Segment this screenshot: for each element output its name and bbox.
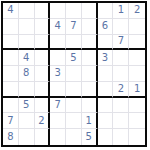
cell-r9c6[interactable]: 5 bbox=[82, 129, 98, 145]
cell-r3c2[interactable] bbox=[19, 35, 35, 51]
cell-r7c3[interactable] bbox=[35, 98, 51, 114]
cell-r4c6[interactable] bbox=[82, 50, 98, 66]
cell-r5c8[interactable] bbox=[113, 66, 129, 82]
cell-r5c2[interactable]: 8 bbox=[19, 66, 35, 82]
cell-r7c1[interactable] bbox=[3, 98, 19, 114]
cell-r1c2[interactable] bbox=[19, 3, 35, 19]
cell-r9c2[interactable] bbox=[19, 129, 35, 145]
cell-r9c9[interactable] bbox=[129, 129, 145, 145]
cell-r4c5[interactable]: 5 bbox=[66, 50, 82, 66]
cell-r5c1[interactable] bbox=[3, 66, 19, 82]
cell-r3c9[interactable] bbox=[129, 35, 145, 51]
cell-r6c9[interactable]: 1 bbox=[129, 82, 145, 98]
cell-r7c7[interactable] bbox=[98, 98, 114, 114]
cell-r4c2[interactable]: 4 bbox=[19, 50, 35, 66]
cell-r4c9[interactable] bbox=[129, 50, 145, 66]
cell-r1c6[interactable] bbox=[82, 3, 98, 19]
cell-r6c1[interactable] bbox=[3, 82, 19, 98]
cell-r7c8[interactable] bbox=[113, 98, 129, 114]
cell-r7c4[interactable]: 7 bbox=[50, 98, 66, 114]
cell-r8c2[interactable] bbox=[19, 113, 35, 129]
cell-r7c6[interactable] bbox=[82, 98, 98, 114]
cell-r5c6[interactable] bbox=[82, 66, 98, 82]
cell-r7c2[interactable]: 5 bbox=[19, 98, 35, 114]
cell-r6c7[interactable] bbox=[98, 82, 114, 98]
cell-r7c5[interactable] bbox=[66, 98, 82, 114]
cell-r7c9[interactable] bbox=[129, 98, 145, 114]
cell-r1c1[interactable]: 4 bbox=[3, 3, 19, 19]
cell-r8c6[interactable]: 1 bbox=[82, 113, 98, 129]
cell-r8c7[interactable] bbox=[98, 113, 114, 129]
cell-r2c8[interactable] bbox=[113, 19, 129, 35]
cell-r1c9[interactable]: 2 bbox=[129, 3, 145, 19]
cell-r6c6[interactable] bbox=[82, 82, 98, 98]
cell-r3c5[interactable] bbox=[66, 35, 82, 51]
cell-r6c3[interactable] bbox=[35, 82, 51, 98]
cell-r2c5[interactable]: 7 bbox=[66, 19, 82, 35]
cell-r2c6[interactable] bbox=[82, 19, 98, 35]
cell-r6c2[interactable] bbox=[19, 82, 35, 98]
cell-r9c5[interactable] bbox=[66, 129, 82, 145]
cell-r5c7[interactable] bbox=[98, 66, 114, 82]
cell-r9c8[interactable] bbox=[113, 129, 129, 145]
cell-r3c3[interactable] bbox=[35, 35, 51, 51]
cell-r5c3[interactable] bbox=[35, 66, 51, 82]
cell-r3c4[interactable] bbox=[50, 35, 66, 51]
cell-r8c3[interactable]: 2 bbox=[35, 113, 51, 129]
cell-r8c4[interactable] bbox=[50, 113, 66, 129]
cell-r5c4[interactable]: 3 bbox=[50, 66, 66, 82]
cell-r9c1[interactable]: 8 bbox=[3, 129, 19, 145]
cell-r1c7[interactable] bbox=[98, 3, 114, 19]
cell-r4c1[interactable] bbox=[3, 50, 19, 66]
cell-r4c4[interactable] bbox=[50, 50, 66, 66]
cell-r3c7[interactable] bbox=[98, 35, 114, 51]
cell-r6c4[interactable] bbox=[50, 82, 66, 98]
cell-r5c9[interactable] bbox=[129, 66, 145, 82]
cell-r2c4[interactable]: 4 bbox=[50, 19, 66, 35]
cell-r6c8[interactable]: 2 bbox=[113, 82, 129, 98]
cell-r4c8[interactable] bbox=[113, 50, 129, 66]
cell-r4c7[interactable]: 3 bbox=[98, 50, 114, 66]
cell-r8c9[interactable] bbox=[129, 113, 145, 129]
sudoku-board: 412476745383215772185 bbox=[1, 1, 147, 147]
cell-r9c7[interactable] bbox=[98, 129, 114, 145]
cell-r2c2[interactable] bbox=[19, 19, 35, 35]
cell-r2c9[interactable] bbox=[129, 19, 145, 35]
cell-r8c1[interactable]: 7 bbox=[3, 113, 19, 129]
cell-r1c4[interactable] bbox=[50, 3, 66, 19]
cell-r3c1[interactable] bbox=[3, 35, 19, 51]
cell-r9c3[interactable] bbox=[35, 129, 51, 145]
cell-r1c8[interactable]: 1 bbox=[113, 3, 129, 19]
cell-r3c6[interactable] bbox=[82, 35, 98, 51]
cell-r2c1[interactable] bbox=[3, 19, 19, 35]
cell-r5c5[interactable] bbox=[66, 66, 82, 82]
cell-r1c3[interactable] bbox=[35, 3, 51, 19]
cell-r2c7[interactable]: 6 bbox=[98, 19, 114, 35]
cell-r4c3[interactable] bbox=[35, 50, 51, 66]
cell-r1c5[interactable] bbox=[66, 3, 82, 19]
cell-r9c4[interactable] bbox=[50, 129, 66, 145]
cell-r8c8[interactable] bbox=[113, 113, 129, 129]
cell-r2c3[interactable] bbox=[35, 19, 51, 35]
cell-r6c5[interactable] bbox=[66, 82, 82, 98]
cell-r8c5[interactable] bbox=[66, 113, 82, 129]
cell-r3c8[interactable]: 7 bbox=[113, 35, 129, 51]
